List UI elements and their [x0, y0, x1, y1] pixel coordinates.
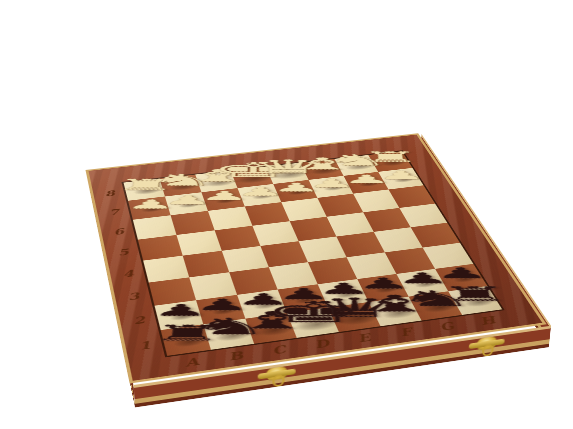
file-label-b: B — [225, 349, 247, 364]
rank-label-3: 3 — [124, 290, 143, 303]
pawn-glyph: ♟ — [124, 198, 176, 211]
rank-label-1: 1 — [135, 338, 156, 352]
square-a1[interactable] — [161, 324, 211, 355]
rank-label-5: 5 — [114, 246, 132, 258]
scene: 12345678 ABCDEFGH ♜♞♝♚♛♝♞♜♟♟♟♟♟♟♟♟♟♟♟♟♟♟… — [0, 0, 573, 429]
file-label-f: F — [394, 325, 417, 339]
file-label-d: D — [311, 337, 333, 351]
file-label-h: H — [476, 314, 500, 328]
pieces-layer: ♜♞♝♚♛♝♞♜♟♟♟♟♟♟♟♟♟♟♟♟♟♟♟♟♜♞♝♚♛♝♞♜ — [89, 135, 417, 171]
file-label-e: E — [353, 331, 376, 345]
piece-white-pawn-a7[interactable]: ♟ — [82, 180, 219, 210]
file-label-c: C — [268, 343, 290, 358]
rank-label-4: 4 — [119, 268, 138, 280]
rank-label-2: 2 — [129, 313, 149, 327]
chess-board: 12345678 ABCDEFGH ♜♞♝♚♛♝♞♜♟♟♟♟♟♟♟♟♟♟♟♟♟♟… — [86, 133, 547, 383]
square-a5[interactable] — [138, 235, 183, 261]
brass-clasp-front — [267, 366, 287, 381]
file-label-g: G — [435, 320, 458, 334]
photo-canvas: 12345678 ABCDEFGH ♜♞♝♚♛♝♞♜♟♟♟♟♟♟♟♟♟♟♟♟♟♟… — [0, 0, 573, 429]
brass-clasp-right — [477, 336, 497, 351]
rank-label-6: 6 — [110, 226, 128, 237]
file-label-a: A — [181, 355, 203, 370]
